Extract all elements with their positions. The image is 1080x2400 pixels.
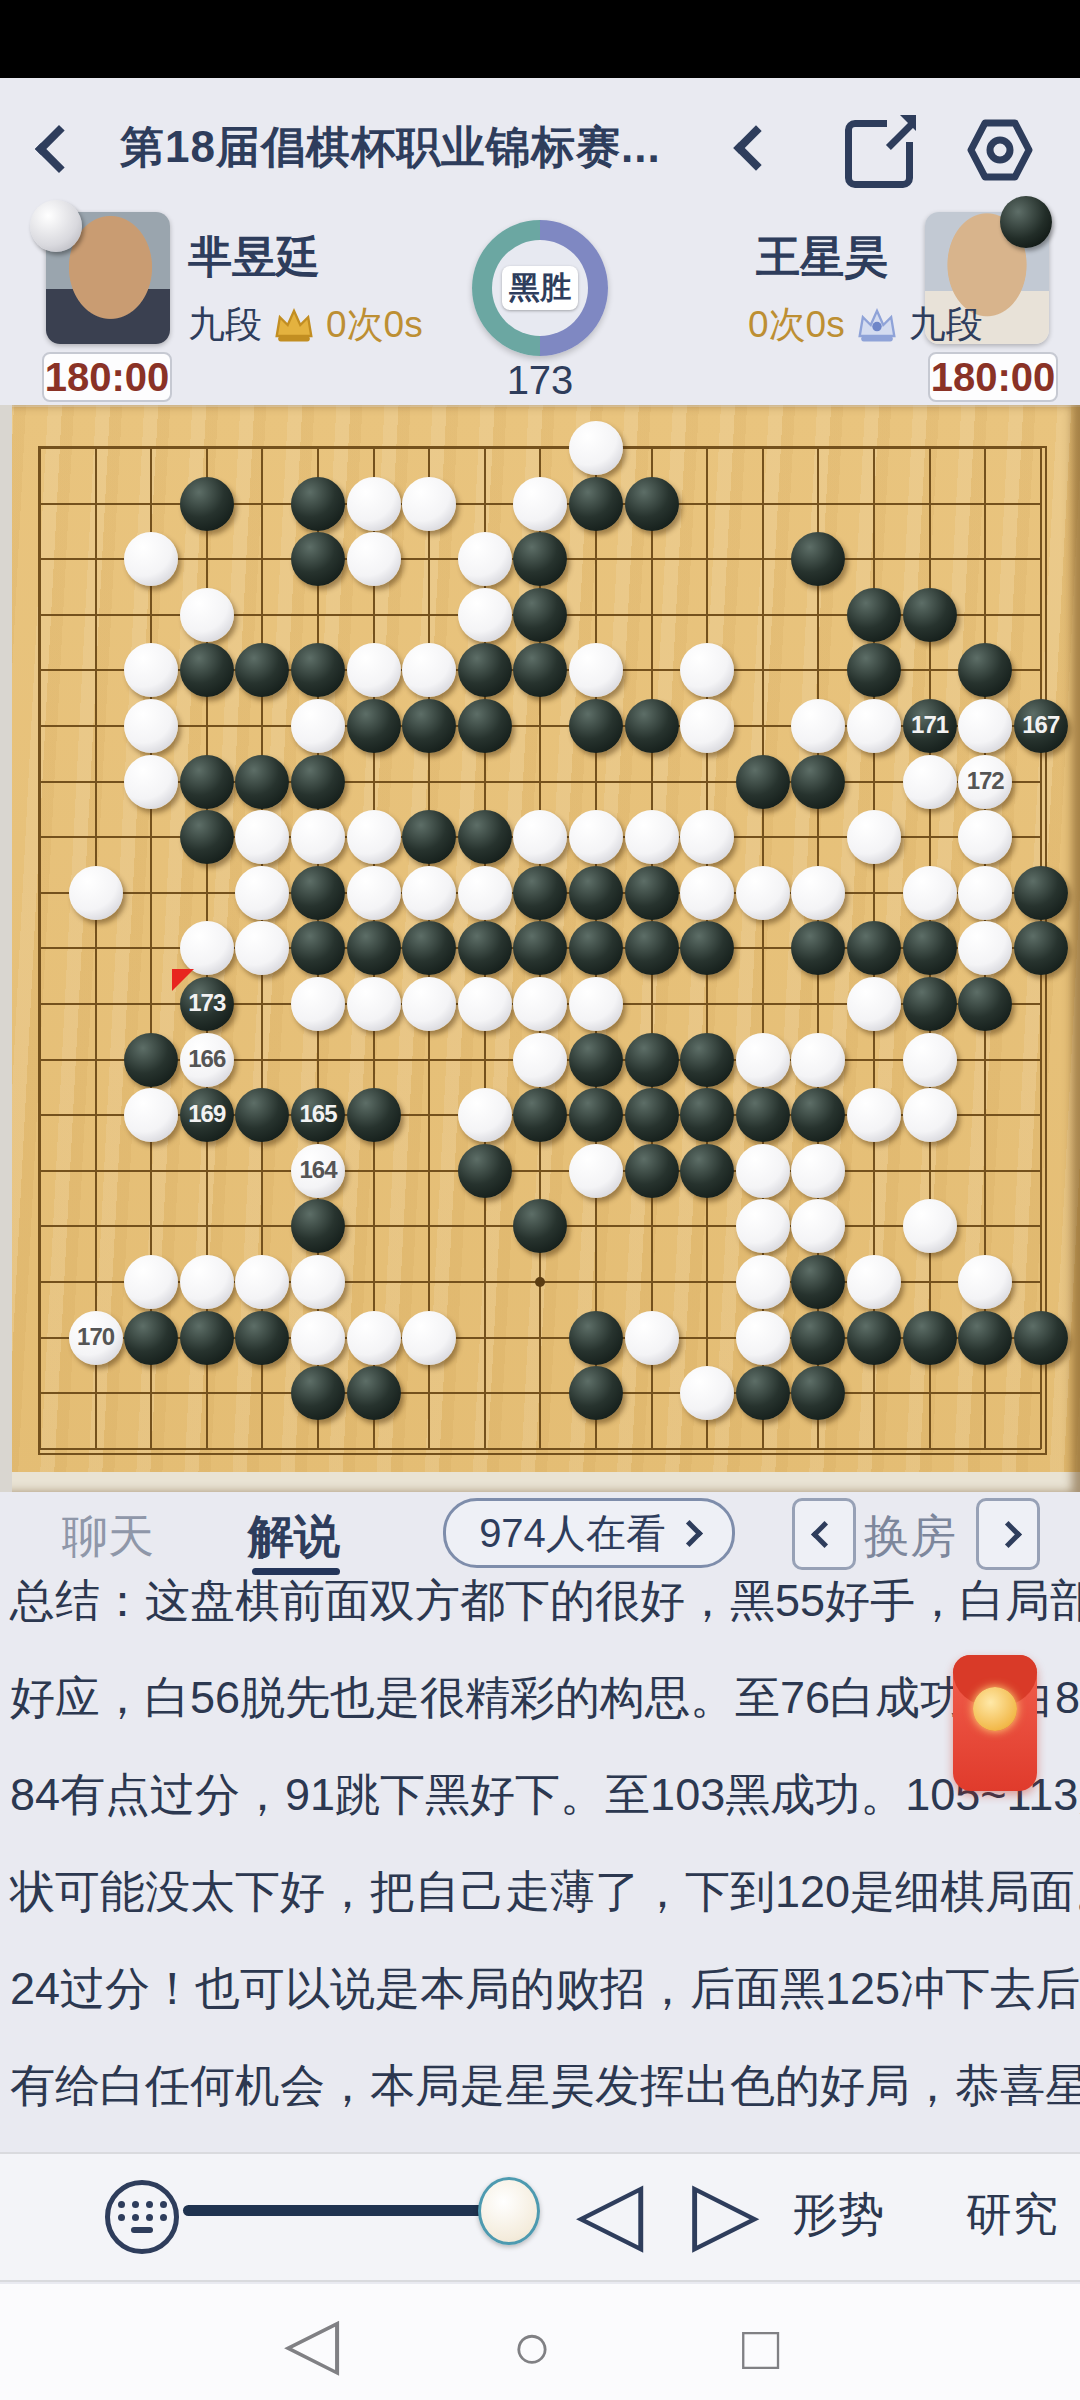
black-stone [569, 866, 623, 920]
white-stone [680, 866, 734, 920]
black-stone [1014, 1311, 1068, 1365]
black-stone [847, 1311, 901, 1365]
black-stone [569, 1366, 623, 1420]
black-stone [402, 810, 456, 864]
black-stone [847, 588, 901, 642]
player-left-rank: 九段 [188, 300, 262, 350]
white-stone [347, 866, 401, 920]
move-number-label: 172 [958, 767, 1012, 795]
black-stone [291, 643, 345, 697]
black-stone [625, 477, 679, 531]
white-stone [347, 977, 401, 1031]
black-stone [791, 1255, 845, 1309]
white-stone: 170 [69, 1311, 123, 1365]
white-stone [847, 977, 901, 1031]
chevron-right-icon [676, 1520, 703, 1547]
white-stone [958, 1255, 1012, 1309]
status-bar [0, 0, 1080, 78]
move-number-label: 169 [180, 1101, 234, 1129]
white-stone [625, 1311, 679, 1365]
black-stone [847, 921, 901, 975]
white-stone [569, 421, 623, 475]
black-stone [903, 977, 957, 1031]
black-stone [569, 1311, 623, 1365]
black-stone: 171 [903, 699, 957, 753]
black-stone [402, 699, 456, 753]
white-stone: 166 [180, 1033, 234, 1087]
prev-move-button[interactable]: ◁ [576, 2168, 644, 2256]
page-title: 第18届倡棋杯职业锦标赛... [120, 118, 661, 177]
move-number-label: 166 [180, 1045, 234, 1073]
black-stone: 165 [291, 1088, 345, 1142]
white-stone [347, 810, 401, 864]
black-stone: 173 [180, 977, 234, 1031]
white-stone [291, 977, 345, 1031]
white-stone [124, 1088, 178, 1142]
white-stone [791, 699, 845, 753]
silver-crown-icon [855, 305, 899, 345]
research-button[interactable]: 研究 [966, 2184, 1058, 2246]
black-stone [291, 1199, 345, 1253]
white-stone [791, 866, 845, 920]
white-stone [235, 1255, 289, 1309]
black-stone [736, 1366, 790, 1420]
white-stone [958, 699, 1012, 753]
white-stone [958, 810, 1012, 864]
black-stone: 169 [180, 1088, 234, 1142]
black-stone [513, 866, 567, 920]
black-stone [347, 1366, 401, 1420]
black-stone [180, 643, 234, 697]
white-stone [847, 699, 901, 753]
white-stone [569, 643, 623, 697]
black-stone [347, 1088, 401, 1142]
player-right-clock: 180:00 [928, 352, 1058, 402]
black-stone: 167 [1014, 699, 1068, 753]
black-stone [291, 866, 345, 920]
white-stone [402, 866, 456, 920]
white-stone [180, 921, 234, 975]
white-stone [736, 1033, 790, 1087]
white-stone [513, 1033, 567, 1087]
white-stone [402, 977, 456, 1031]
white-stone [124, 699, 178, 753]
black-stone [791, 755, 845, 809]
white-stone [235, 866, 289, 920]
last-move-marker [172, 969, 194, 991]
black-stone [458, 1144, 512, 1198]
share-icon[interactable] [845, 120, 913, 188]
move-number-label: 167 [1014, 711, 1068, 739]
white-stone [958, 866, 1012, 920]
black-stone [235, 755, 289, 809]
settings-hexagon-icon[interactable] [965, 115, 1035, 185]
black-stone [625, 1144, 679, 1198]
black-stone [625, 699, 679, 753]
black-stone [569, 1033, 623, 1087]
black-stone [180, 477, 234, 531]
white-stone [625, 810, 679, 864]
share-icon-arrowhead [900, 115, 916, 131]
black-stone [1014, 866, 1068, 920]
move-number-label: 170 [69, 1323, 123, 1351]
black-stone [513, 588, 567, 642]
black-stone [180, 810, 234, 864]
black-stone [124, 1033, 178, 1087]
black-stone [180, 755, 234, 809]
white-stone [124, 532, 178, 586]
white-stone [903, 1088, 957, 1142]
commentary-line: 有给白任何机会，本局是星昊发挥出色的好局，恭喜星昊 [10, 2037, 1070, 2134]
result-badge: 黑胜 [502, 266, 578, 310]
black-stone [847, 643, 901, 697]
white-stone [180, 588, 234, 642]
white-stone [69, 866, 123, 920]
player-right-streak: 0次0s [748, 300, 845, 350]
white-stone [347, 643, 401, 697]
white-stone [847, 1088, 901, 1142]
black-stone [569, 477, 623, 531]
gold-crown-icon [272, 305, 316, 345]
black-stone [569, 699, 623, 753]
white-stone [847, 810, 901, 864]
white-stone [347, 477, 401, 531]
white-stone [402, 1311, 456, 1365]
move-number-label: 165 [291, 1101, 345, 1129]
white-stone [903, 1199, 957, 1253]
white-stone: 172 [958, 755, 1012, 809]
black-stone [569, 921, 623, 975]
white-stone [513, 977, 567, 1031]
white-stone [569, 810, 623, 864]
white-stone [736, 1199, 790, 1253]
black-stone [791, 1311, 845, 1365]
black-stone [625, 866, 679, 920]
chevron-right-icon [995, 1521, 1022, 1548]
player-right-rankline: 0次0s 九段 [748, 300, 983, 350]
white-stone [569, 977, 623, 1031]
white-stone [124, 1255, 178, 1309]
player-right-name: 王星昊 [756, 228, 888, 287]
black-stone [291, 477, 345, 531]
white-stone [347, 532, 401, 586]
white-stone [291, 810, 345, 864]
black-stone [680, 1033, 734, 1087]
black-stone [458, 643, 512, 697]
emoji-keyboard-icon[interactable] [105, 2180, 179, 2254]
commentary-line: 84有点过分，91跳下黑好下。至103黑成功。105~113形 [10, 1746, 1070, 1843]
chevron-left-icon [811, 1521, 838, 1548]
white-stone [680, 810, 734, 864]
white-stone [569, 1144, 623, 1198]
black-stone [958, 977, 1012, 1031]
commentary-text: 总结：这盘棋前面双方都下的很好，黑55好手，白局部不 好应，白56脱先也是很精彩… [0, 1552, 1080, 2134]
black-stone [291, 532, 345, 586]
white-stone [291, 1255, 345, 1309]
black-stone [680, 1144, 734, 1198]
black-stone [1014, 921, 1068, 975]
black-stone [958, 1311, 1012, 1365]
white-stone [903, 1033, 957, 1087]
white-stone [458, 588, 512, 642]
player-left-streak: 0次0s [326, 300, 423, 350]
white-stone [291, 1311, 345, 1365]
player-left-clock: 180:00 [42, 352, 172, 402]
black-stone [569, 1088, 623, 1142]
white-stone [291, 699, 345, 753]
black-stone [903, 921, 957, 975]
white-stone [903, 755, 957, 809]
black-stone [291, 755, 345, 809]
white-stone [458, 866, 512, 920]
white-stone [680, 1366, 734, 1420]
black-stone [347, 699, 401, 753]
white-stone-badge [30, 200, 82, 252]
white-stone [791, 1144, 845, 1198]
white-stone [124, 755, 178, 809]
android-recent-icon[interactable]: □ [742, 2306, 779, 2390]
move-number-label: 173 [180, 989, 234, 1017]
black-stone [124, 1311, 178, 1365]
white-stone [458, 532, 512, 586]
commentary-line: 24过分！也可以说是本局的败招，后面黑125冲下去后没 [10, 1940, 1070, 2037]
black-stone [347, 921, 401, 975]
player-right-rank: 九段 [909, 300, 983, 350]
black-stone [903, 588, 957, 642]
white-stone [347, 1311, 401, 1365]
next-move-button[interactable]: ▷ [692, 2168, 760, 2256]
shape-analysis-button[interactable]: 形势 [792, 2184, 884, 2246]
black-stone [458, 921, 512, 975]
move-slider-knob[interactable] [478, 2177, 540, 2245]
white-stone [903, 866, 957, 920]
commentary-line: 状可能没太下好，把自己走薄了，下到120是细棋局面。1 [10, 1843, 1070, 1940]
white-stone [736, 1144, 790, 1198]
commentary-line: 好应，白56脱先也是很精彩的构思。至76白成功。白82， [10, 1649, 1070, 1746]
white-stone [458, 1088, 512, 1142]
black-stone [625, 921, 679, 975]
move-number-label: 164 [291, 1156, 345, 1184]
move-number: 173 [472, 358, 608, 403]
white-stone [513, 477, 567, 531]
black-stone [291, 1366, 345, 1420]
white-stone [402, 477, 456, 531]
white-stone [736, 1255, 790, 1309]
white-stone [180, 1255, 234, 1309]
commentary-line: 总结：这盘棋前面双方都下的很好，黑55好手，白局部不 [10, 1552, 1070, 1649]
black-stone [680, 1088, 734, 1142]
black-stone [291, 921, 345, 975]
black-stone [625, 1088, 679, 1142]
move-number-label: 171 [903, 711, 957, 739]
android-back-icon[interactable]: ◁ [284, 2300, 339, 2384]
player-left-rankline: 九段 0次0s [188, 300, 423, 350]
white-stone [736, 1311, 790, 1365]
white-stone [791, 1033, 845, 1087]
black-stone [736, 755, 790, 809]
black-stone [736, 1088, 790, 1142]
red-envelope-button[interactable] [953, 1655, 1037, 1791]
black-stone [180, 1311, 234, 1365]
black-stone [235, 1311, 289, 1365]
white-stone: 164 [291, 1144, 345, 1198]
white-stone [847, 1255, 901, 1309]
black-stone [903, 1311, 957, 1365]
gold-coin-icon [973, 1687, 1017, 1731]
white-stone [458, 977, 512, 1031]
white-stone [736, 866, 790, 920]
white-stone [680, 699, 734, 753]
android-home-icon[interactable]: ○ [512, 2304, 552, 2388]
black-stone [458, 810, 512, 864]
black-stone [458, 699, 512, 753]
black-stone [625, 1033, 679, 1087]
black-stone-badge [1000, 196, 1052, 248]
player-left-name: 芈昱廷 [188, 228, 320, 287]
go-board[interactable]: 171167172173166169165164170 [0, 405, 1080, 1492]
